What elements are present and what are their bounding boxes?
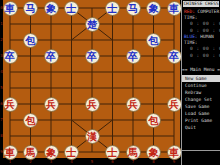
red-player-name: COMPUTER bbox=[198, 9, 220, 14]
rank-label-0: 0 bbox=[0, 6, 3, 10]
file-label-1: 1 bbox=[7, 159, 13, 164]
piece-red-兵-06[interactable]: 兵 bbox=[3, 97, 18, 112]
piece-blue-象-20[interactable]: 象 bbox=[44, 1, 59, 16]
piece-blue-卒-03[interactable]: 卒 bbox=[3, 49, 18, 64]
menu-item-change-set[interactable]: Change Set bbox=[182, 96, 220, 103]
rank-label-5: 5 bbox=[0, 86, 3, 90]
piece-red-士-59[interactable]: 士 bbox=[105, 145, 120, 160]
piece-red-士-39[interactable]: 士 bbox=[64, 145, 79, 160]
file-label-5: 5 bbox=[89, 159, 95, 164]
rank-label-7: 7 bbox=[0, 118, 3, 122]
piece-red-兵-66[interactable]: 兵 bbox=[126, 97, 141, 112]
blue-side-label: BLUE: bbox=[184, 34, 198, 39]
piece-red-包-17[interactable]: 包 bbox=[23, 113, 38, 128]
piece-blue-楚-41[interactable]: 楚 bbox=[85, 17, 100, 32]
rank-label-9: 9 bbox=[0, 150, 3, 154]
file-label-9: 9 bbox=[171, 159, 177, 164]
piece-blue-士-30[interactable]: 士 bbox=[64, 1, 79, 16]
side-panel: CHINESE CHESS RED: COMPUTER TIME: 0 : 00… bbox=[181, 0, 220, 165]
rank-label-3: 3 bbox=[0, 54, 3, 58]
piece-red-車-09[interactable]: 車 bbox=[3, 145, 18, 160]
menu-item-load-game[interactable]: Load Game bbox=[182, 110, 220, 117]
piece-red-象-79[interactable]: 象 bbox=[146, 145, 161, 160]
piece-blue-马-60[interactable]: 马 bbox=[126, 1, 141, 16]
piece-blue-象-70[interactable]: 象 bbox=[146, 1, 161, 16]
menu-item-continue[interactable]: Continue bbox=[182, 82, 220, 89]
piece-blue-車-80[interactable]: 車 bbox=[167, 1, 182, 16]
piece-red-馬-69[interactable]: 馬 bbox=[126, 145, 141, 160]
piece-blue-包-12[interactable]: 包 bbox=[23, 33, 38, 48]
panel-divider bbox=[181, 150, 220, 151]
piece-red-兵-46[interactable]: 兵 bbox=[85, 97, 100, 112]
piece-red-兵-86[interactable]: 兵 bbox=[167, 97, 182, 112]
rank-label-1: 1 bbox=[0, 22, 3, 26]
piece-red-包-77[interactable]: 包 bbox=[146, 113, 161, 128]
piece-blue-卒-23[interactable]: 卒 bbox=[44, 49, 59, 64]
file-label-3: 3 bbox=[48, 159, 54, 164]
piece-red-兵-26[interactable]: 兵 bbox=[44, 97, 59, 112]
file-label-6: 6 bbox=[110, 159, 116, 164]
piece-red-象-29[interactable]: 象 bbox=[44, 145, 59, 160]
file-label-8: 8 bbox=[151, 159, 157, 164]
player-blue-info: BLUE: HUMAN TIME: 0 : 00 : 00 0 : 00 : 0… bbox=[182, 34, 220, 58]
menu-item-new-game[interactable]: New Game bbox=[182, 75, 220, 82]
app-window: 車马象士士马象車楚包包卒卒卒卒卒兵兵兵兵兵包包漢車馬象士士馬象車 0123456… bbox=[0, 0, 220, 165]
file-label-2: 2 bbox=[28, 159, 34, 164]
rank-label-4: 4 bbox=[0, 70, 3, 74]
piece-blue-士-50[interactable]: 士 bbox=[105, 1, 120, 16]
rank-label-6: 6 bbox=[0, 102, 3, 106]
file-label-4: 4 bbox=[69, 159, 75, 164]
player-red-info: RED: COMPUTER TIME: 0 : 00 : 00 0 : 00 :… bbox=[182, 9, 220, 33]
red-time-label: TIME: bbox=[184, 15, 220, 20]
menu-item-print-game[interactable]: Print Game bbox=[182, 117, 220, 124]
main-menu-header: == Main Menu == bbox=[182, 67, 220, 73]
xiangqi-board[interactable]: 車马象士士马象車楚包包卒卒卒卒卒兵兵兵兵兵包包漢車馬象士士馬象車 bbox=[3, 0, 180, 158]
file-label-7: 7 bbox=[130, 159, 136, 164]
red-time-total: 0 : 00 : 00 bbox=[190, 21, 220, 26]
piece-red-馬-19[interactable]: 馬 bbox=[23, 145, 38, 160]
menu-item-redraw[interactable]: ReDraw bbox=[182, 89, 220, 96]
menu-item-save-game[interactable]: Save Game bbox=[182, 103, 220, 110]
main-menu: New GameContinueReDrawChange SetSave Gam… bbox=[182, 75, 220, 131]
piece-blue-卒-83[interactable]: 卒 bbox=[167, 49, 182, 64]
piece-red-車-89[interactable]: 車 bbox=[167, 145, 182, 160]
piece-red-漢-48[interactable]: 漢 bbox=[85, 129, 100, 144]
piece-blue-卒-43[interactable]: 卒 bbox=[85, 49, 100, 64]
red-side-label: RED: bbox=[184, 9, 195, 14]
piece-blue-马-10[interactable]: 马 bbox=[23, 1, 38, 16]
rank-label-2: 2 bbox=[0, 38, 3, 42]
panel-title: CHINESE CHESS bbox=[183, 1, 219, 7]
blue-time-label: TIME: bbox=[184, 40, 220, 45]
red-time-move: 0 : 00 : 00 bbox=[190, 28, 220, 33]
piece-blue-車-00[interactable]: 車 bbox=[3, 1, 18, 16]
blue-time-total: 0 : 00 : 00 bbox=[190, 46, 220, 51]
menu-item-quit[interactable]: Quit bbox=[182, 124, 220, 131]
piece-blue-卒-63[interactable]: 卒 bbox=[126, 49, 141, 64]
rank-label-8: 8 bbox=[0, 134, 3, 138]
blue-player-name: HUMAN bbox=[200, 34, 214, 39]
blue-time-move: 0 : 00 : 00 bbox=[190, 53, 220, 58]
piece-blue-包-72[interactable]: 包 bbox=[146, 33, 161, 48]
